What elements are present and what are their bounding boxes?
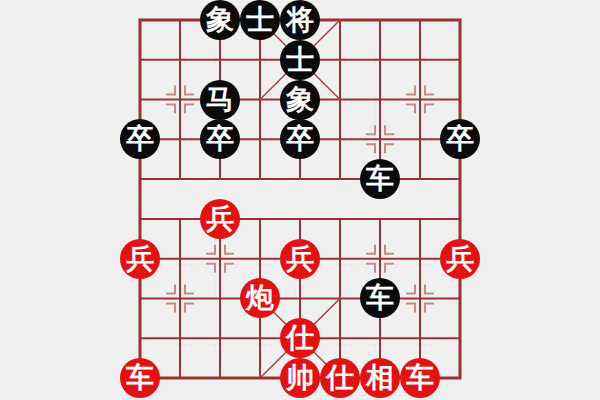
piece-red-advisor[interactable]: 仕 (320, 358, 360, 398)
point-marker (406, 86, 415, 95)
point-marker (366, 125, 375, 134)
point-marker (185, 86, 194, 95)
point-marker (225, 264, 234, 273)
point-marker (166, 284, 175, 293)
point-marker (225, 245, 234, 254)
point-marker (425, 105, 434, 114)
piece-black-advisor[interactable]: 士 (240, 0, 280, 40)
piece-red-chariot[interactable]: 车 (120, 358, 160, 398)
point-marker (385, 264, 394, 273)
piece-red-soldier[interactable]: 兵 (120, 239, 160, 279)
point-marker (366, 264, 375, 273)
point-marker (206, 245, 215, 254)
piece-red-advisor[interactable]: 仕 (280, 318, 320, 358)
piece-red-soldier[interactable]: 兵 (440, 239, 480, 279)
point-marker (425, 86, 434, 95)
point-marker (385, 245, 394, 254)
piece-black-elephant[interactable]: 象 (200, 0, 240, 40)
point-marker (166, 105, 175, 114)
piece-red-soldier[interactable]: 兵 (280, 239, 320, 279)
piece-black-chariot[interactable]: 车 (360, 159, 400, 199)
piece-black-general[interactable]: 将 (280, 0, 320, 40)
point-marker (185, 105, 194, 114)
point-marker (185, 303, 194, 312)
point-marker (206, 264, 215, 273)
point-marker (425, 284, 434, 293)
point-marker (366, 144, 375, 153)
piece-black-horse[interactable]: 马 (200, 80, 240, 120)
point-marker (406, 284, 415, 293)
piece-red-chariot[interactable]: 车 (400, 358, 440, 398)
piece-black-elephant[interactable]: 象 (280, 80, 320, 120)
piece-red-general[interactable]: 帅 (280, 358, 320, 398)
piece-red-soldier[interactable]: 兵 (200, 199, 240, 239)
point-marker (166, 86, 175, 95)
xiangqi-board[interactable]: 象士将士马象卒卒卒卒车兵兵兵兵炮车仕车帅仕相车 (0, 0, 600, 400)
point-marker (166, 303, 175, 312)
point-marker (366, 245, 375, 254)
point-marker (406, 105, 415, 114)
point-marker (385, 144, 394, 153)
point-marker (406, 303, 415, 312)
point-marker (185, 284, 194, 293)
page-background: 象士将士马象卒卒卒卒车兵兵兵兵炮车仕车帅仕相车 (0, 0, 600, 400)
point-marker (425, 303, 434, 312)
point-marker (385, 125, 394, 134)
piece-black-advisor[interactable]: 士 (280, 40, 320, 80)
piece-red-elephant[interactable]: 相 (360, 358, 400, 398)
